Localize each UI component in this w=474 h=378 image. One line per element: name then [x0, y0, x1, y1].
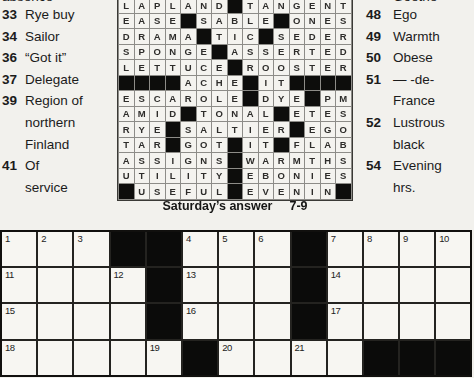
clue-text: Obese: [393, 47, 474, 69]
cell-clue-number: 13: [186, 269, 196, 280]
answer-letter-cell: E: [197, 45, 212, 60]
puzzle-black-square: [111, 232, 145, 266]
clue-item: 36“Got it”: [2, 47, 116, 69]
answer-letter-cell: C: [197, 60, 212, 75]
answer-letter-cell: R: [274, 153, 289, 168]
answer-letter-cell: M: [135, 107, 150, 122]
answer-letter-cell: E: [212, 60, 227, 75]
answer-black-square: [259, 29, 274, 44]
puzzle-cell[interactable]: 21: [292, 341, 326, 375]
puzzle-cell[interactable]: 14: [328, 268, 362, 302]
puzzle-cell[interactable]: [38, 341, 72, 375]
cell-clue-number: 7: [331, 233, 336, 244]
cell-clue-number: 8: [367, 233, 372, 244]
clue-number: 37: [2, 69, 22, 91]
answer-letter-cell: R: [135, 29, 150, 44]
cell-clue-number: 21: [295, 342, 305, 353]
answer-letter-cell: N: [305, 14, 320, 29]
answer-letter-cell: I: [181, 169, 196, 184]
answer-letter-cell: E: [243, 184, 258, 199]
puzzle-cell[interactable]: 15: [2, 304, 36, 338]
clue-number: 50: [366, 47, 390, 69]
answer-letter-cell: S: [150, 14, 165, 29]
answer-letter-cell: E: [290, 107, 305, 122]
puzzle-cell[interactable]: [74, 268, 108, 302]
answer-letter-cell: H: [321, 153, 336, 168]
answer-letter-cell: E: [321, 107, 336, 122]
clue-item: 49Warmth: [366, 26, 474, 48]
answer-letter-cell: A: [135, 138, 150, 153]
answer-letter-cell: T: [336, 0, 351, 13]
answer-caption: Saturday’s answer 7-9: [117, 199, 353, 213]
answer-letter-cell: E: [321, 45, 336, 60]
puzzle-cell[interactable]: 1: [2, 232, 36, 266]
answer-letter-cell: E: [305, 122, 320, 137]
answer-letter-cell: S: [119, 45, 134, 60]
answer-letter-cell: O: [197, 138, 212, 153]
clue-item: 34Sailor: [2, 26, 116, 48]
answer-black-square: [212, 45, 227, 60]
puzzle-cell[interactable]: 8: [364, 232, 398, 266]
puzzle-black-square: [147, 232, 181, 266]
answer-letter-cell: S: [274, 29, 289, 44]
answer-letter-cell: T: [305, 45, 320, 60]
puzzle-cell[interactable]: [38, 304, 72, 338]
answer-letter-cell: L: [166, 169, 181, 184]
saturdays-answer-grid: PASTELSREGATTAAMOEBAEELUSIVELAPLANDTANGE…: [117, 0, 353, 201]
answer-letter-cell: S: [212, 153, 227, 168]
answer-letter-cell: S: [135, 91, 150, 106]
answer-letter-cell: I: [243, 138, 258, 153]
puzzle-cell[interactable]: [328, 341, 362, 375]
answer-letter-cell: L: [166, 0, 181, 13]
clue-item: 37Delegate: [2, 69, 116, 91]
answer-black-square: [119, 184, 134, 199]
puzzle-cell[interactable]: 10: [436, 232, 470, 266]
puzzle-cell[interactable]: [74, 341, 108, 375]
answer-letter-cell: S: [336, 14, 351, 29]
answer-letter-cell: E: [259, 122, 274, 137]
puzzle-cell[interactable]: [111, 304, 145, 338]
answer-letter-cell: S: [243, 45, 258, 60]
answer-letter-cell: T: [166, 60, 181, 75]
answer-letter-cell: E: [321, 29, 336, 44]
cell-clue-number: 12: [114, 269, 124, 280]
puzzle-cell[interactable]: [436, 304, 470, 338]
answer-letter-cell: G: [181, 138, 196, 153]
clue-number: 36: [2, 47, 22, 69]
answer-letter-cell: S: [290, 60, 305, 75]
answer-black-square: [181, 107, 196, 122]
puzzle-cell[interactable]: 13: [183, 268, 217, 302]
clue-text: Of service: [25, 155, 116, 198]
puzzle-cell[interactable]: [111, 341, 145, 375]
cell-clue-number: 18: [5, 342, 15, 353]
answer-letter-cell: F: [290, 138, 305, 153]
answer-black-square: [228, 169, 243, 184]
clue-item: 50Obese: [366, 47, 474, 69]
answer-letter-cell: A: [135, 14, 150, 29]
answer-letter-cell: E: [274, 45, 289, 60]
answer-letter-cell: D: [336, 45, 351, 60]
answer-black-square: [336, 184, 351, 199]
answer-letter-cell: E: [290, 29, 305, 44]
answer-letter-cell: Y: [274, 91, 289, 106]
cell-clue-number: 2: [41, 233, 46, 244]
answer-letter-cell: A: [119, 153, 134, 168]
answer-letter-cell: D: [166, 107, 181, 122]
answer-letter-cell: R: [290, 45, 305, 60]
answer-letter-cell: R: [119, 122, 134, 137]
cell-clue-number: 3: [77, 233, 82, 244]
puzzle-black-square: [292, 304, 326, 338]
answer-black-square: [274, 107, 289, 122]
clue-number: 34: [2, 26, 22, 48]
answer-black-square: [321, 76, 336, 91]
cell-clue-number: 15: [5, 305, 15, 316]
answer-letter-cell: A: [212, 14, 227, 29]
clue-number: 39: [2, 90, 22, 112]
clue-text: Lustrous black: [393, 112, 474, 155]
puzzle-black-square: [400, 341, 434, 375]
cell-clue-number: 1: [5, 233, 10, 244]
answer-black-square: [150, 76, 165, 91]
answer-letter-cell: T: [119, 138, 134, 153]
puzzle-black-square: [292, 232, 326, 266]
answer-black-square: [197, 29, 212, 44]
puzzle-cell[interactable]: [436, 268, 470, 302]
answer-letter-cell: A: [243, 107, 258, 122]
answer-black-square: [166, 138, 181, 153]
answer-letter-cell: G: [290, 0, 305, 13]
puzzle-cell[interactable]: [364, 268, 398, 302]
answer-black-square: [181, 14, 196, 29]
answer-letter-cell: A: [228, 45, 243, 60]
answer-letter-cell: P: [150, 0, 165, 13]
clue-text: — -de- France: [393, 69, 474, 112]
answer-letter-cell: P: [321, 91, 336, 106]
puzzle-cell[interactable]: [219, 304, 253, 338]
answer-letter-cell: L: [305, 138, 320, 153]
answer-letter-cell: R: [181, 91, 196, 106]
answer-letter-cell: N: [321, 184, 336, 199]
answer-letter-cell: R: [243, 60, 258, 75]
cell-clue-number: 9: [403, 233, 408, 244]
clue-item: 54Evening hrs.: [366, 155, 474, 198]
cell-clue-number: 16: [186, 305, 196, 316]
answer-letter-cell: E: [119, 14, 134, 29]
answer-letter-cell: M: [166, 29, 181, 44]
answer-black-square: [243, 76, 258, 91]
answer-letter-cell: L: [212, 122, 227, 137]
clue-column-left: absence 33Rye buy34Sailor36“Got it”37Del…: [2, 0, 116, 198]
clue-number: 49: [366, 26, 390, 48]
answer-letter-cell: E: [228, 76, 243, 91]
answer-letter-cell: C: [197, 76, 212, 91]
answer-letter-cell: E: [150, 122, 165, 137]
answer-letter-cell: T: [259, 138, 274, 153]
answer-letter-cell: I: [228, 29, 243, 44]
answer-letter-cell: T: [305, 153, 320, 168]
puzzle-black-square: [436, 341, 470, 375]
answer-letter-cell: I: [305, 169, 320, 184]
answer-letter-cell: O: [212, 107, 227, 122]
clue-item: 51— -de- France: [366, 69, 474, 112]
answer-caption-date: 7-9: [289, 199, 307, 213]
answer-letter-cell: U: [135, 184, 150, 199]
answer-black-square: [274, 14, 289, 29]
answer-black-square: [135, 76, 150, 91]
answer-letter-cell: L: [259, 107, 274, 122]
answer-letter-cell: I: [305, 184, 320, 199]
answer-letter-cell: S: [336, 169, 351, 184]
answer-letter-cell: E: [290, 91, 305, 106]
answer-letter-cell: E: [259, 14, 274, 29]
answer-black-square: [119, 76, 134, 91]
clue-text: Evening hrs.: [393, 155, 474, 198]
answer-letter-cell: A: [259, 153, 274, 168]
clipped-clue-text-right: Goethe: [393, 0, 437, 8]
answer-letter-cell: A: [119, 107, 134, 122]
answer-letter-cell: A: [135, 0, 150, 13]
clue-text: “Got it”: [25, 47, 116, 69]
answer-letter-cell: A: [197, 122, 212, 137]
cell-clue-number: 11: [5, 269, 14, 280]
clue-list-right: 48Ego49Warmth50Obese51— -de- France52Lus…: [366, 4, 474, 198]
puzzle-cell[interactable]: [400, 268, 434, 302]
answer-letter-cell: S: [336, 107, 351, 122]
answer-letter-cell: O: [274, 60, 289, 75]
answer-letter-cell: A: [181, 0, 196, 13]
answer-black-square: [336, 76, 351, 91]
answer-letter-cell: T: [228, 122, 243, 137]
answer-letter-cell: O: [150, 45, 165, 60]
answer-letter-cell: A: [321, 138, 336, 153]
clue-item: 39Region of northern Finland: [2, 90, 116, 155]
answer-black-square: [305, 76, 320, 91]
answer-letter-cell: O: [290, 14, 305, 29]
puzzle-cell[interactable]: 4: [183, 232, 217, 266]
answer-letter-cell: C: [150, 91, 165, 106]
answer-black-square: [228, 153, 243, 168]
answer-letter-cell: N: [228, 107, 243, 122]
answer-black-square: [166, 122, 181, 137]
puzzle-cell[interactable]: [219, 268, 253, 302]
puzzle-cell[interactable]: 5: [219, 232, 253, 266]
answer-letter-cell: H: [212, 76, 227, 91]
puzzle-cell[interactable]: 3: [74, 232, 108, 266]
answer-letter-cell: T: [212, 29, 227, 44]
answer-letter-cell: G: [321, 122, 336, 137]
answer-letter-cell: E: [321, 60, 336, 75]
answer-letter-cell: S: [197, 14, 212, 29]
puzzle-cell[interactable]: 6: [255, 232, 289, 266]
answer-letter-cell: Y: [135, 122, 150, 137]
answer-letter-cell: I: [150, 107, 165, 122]
answer-letter-cell: F: [181, 184, 196, 199]
answer-letter-cell: U: [181, 60, 196, 75]
cell-clue-number: 14: [331, 269, 341, 280]
cell-clue-number: 4: [186, 233, 191, 244]
answer-letter-cell: S: [150, 184, 165, 199]
answer-letter-cell: S: [135, 153, 150, 168]
answer-letter-cell: M: [336, 91, 351, 106]
answer-letter-cell: R: [274, 122, 289, 137]
answer-letter-cell: R: [336, 60, 351, 75]
answer-letter-cell: U: [119, 169, 134, 184]
answer-letter-cell: P: [135, 45, 150, 60]
puzzle-cell[interactable]: 20: [219, 341, 253, 375]
answer-letter-cell: U: [197, 184, 212, 199]
answer-letter-cell: I: [150, 169, 165, 184]
answer-letter-cell: T: [305, 60, 320, 75]
clue-column-right: Goethe 48Ego49Warmth50Obese51— -de- Fran…: [366, 0, 474, 198]
answer-letter-cell: T: [135, 169, 150, 184]
clue-item: 41Of service: [2, 155, 116, 198]
answer-black-square: [305, 91, 320, 106]
answer-letter-cell: T: [274, 76, 289, 91]
clue-number: 54: [366, 155, 390, 177]
puzzle-cell[interactable]: 16: [183, 304, 217, 338]
answer-letter-cell: D: [212, 0, 227, 13]
answer-letter-cell: N: [290, 184, 305, 199]
cell-clue-number: 19: [150, 342, 160, 353]
clue-text: Warmth: [393, 26, 474, 48]
answer-black-square: [243, 91, 258, 106]
cell-clue-number: 10: [439, 233, 449, 244]
answer-letter-cell: E: [135, 60, 150, 75]
answer-letter-cell: T: [305, 107, 320, 122]
answer-letter-cell: B: [228, 14, 243, 29]
puzzle-cell[interactable]: [255, 268, 289, 302]
answer-letter-cell: W: [243, 153, 258, 168]
clue-text: Sailor: [25, 26, 116, 48]
answer-letter-cell: O: [197, 91, 212, 106]
answer-letter-cell: E: [119, 91, 134, 106]
answer-letter-cell: Y: [212, 169, 227, 184]
puzzle-cell[interactable]: [255, 341, 289, 375]
answer-letter-cell: R: [336, 29, 351, 44]
answer-letter-cell: E: [166, 14, 181, 29]
cell-clue-number: 5: [222, 233, 227, 244]
answer-letter-cell: N: [166, 45, 181, 60]
answer-letter-cell: N: [290, 169, 305, 184]
answer-letter-cell: T: [243, 0, 258, 13]
cell-clue-number: 6: [258, 233, 263, 244]
answer-letter-cell: T: [150, 60, 165, 75]
answer-letter-cell: S: [181, 122, 196, 137]
answer-letter-cell: O: [336, 122, 351, 137]
answer-letter-cell: D: [259, 91, 274, 106]
puzzle-cell[interactable]: 2: [38, 232, 72, 266]
answer-letter-cell: O: [259, 60, 274, 75]
answer-letter-cell: L: [212, 184, 227, 199]
cell-clue-number: 17: [331, 305, 341, 316]
answer-letter-cell: V: [259, 184, 274, 199]
puzzle-black-square: [183, 341, 217, 375]
puzzle-cell[interactable]: [38, 268, 72, 302]
answer-letter-cell: I: [166, 153, 181, 168]
answer-letter-cell: D: [119, 29, 134, 44]
clipped-clue-text-left: absence: [2, 0, 53, 8]
clue-number: 52: [366, 112, 390, 134]
answer-letter-cell: E: [166, 184, 181, 199]
answer-letter-cell: E: [305, 0, 320, 13]
answer-letter-cell: L: [212, 91, 227, 106]
answer-letter-cell: B: [259, 169, 274, 184]
clue-text: Delegate: [25, 69, 116, 91]
clue-text: Region of northern Finland: [25, 90, 116, 155]
answer-letter-cell: N: [321, 0, 336, 13]
answer-letter-cell: I: [259, 76, 274, 91]
clue-item: 52Lustrous black: [366, 112, 474, 155]
puzzle-cell[interactable]: [74, 304, 108, 338]
puzzle-cell[interactable]: 19: [147, 341, 181, 375]
answer-black-square: [228, 184, 243, 199]
cell-clue-number: 20: [222, 342, 232, 353]
answer-letter-cell: G: [181, 153, 196, 168]
puzzle-black-square: [364, 341, 398, 375]
answer-letter-cell: T: [197, 107, 212, 122]
puzzle-cell[interactable]: 17: [328, 304, 362, 338]
answer-letter-cell: N: [197, 153, 212, 168]
answer-black-square: [166, 76, 181, 91]
answer-black-square: [228, 138, 243, 153]
answer-letter-cell: E: [321, 169, 336, 184]
answer-letter-cell: S: [336, 153, 351, 168]
puzzle-cell[interactable]: 7: [328, 232, 362, 266]
answer-letter-cell: B: [336, 138, 351, 153]
answer-letter-cell: A: [150, 29, 165, 44]
clue-number: 51: [366, 69, 390, 91]
answer-black-square: [290, 76, 305, 91]
answer-letter-cell: G: [181, 45, 196, 60]
answer-letter-cell: R: [150, 138, 165, 153]
answer-black-square: [290, 122, 305, 137]
puzzle-black-square: [147, 304, 181, 338]
puzzle-cell[interactable]: 12: [111, 268, 145, 302]
puzzle-cell[interactable]: 9: [400, 232, 434, 266]
answer-letter-cell: T: [197, 169, 212, 184]
answer-letter-cell: A: [259, 0, 274, 13]
puzzle-cell[interactable]: 18: [2, 341, 36, 375]
answer-caption-label: Saturday’s answer: [162, 199, 272, 213]
clue-number: 41: [2, 155, 22, 177]
answer-letter-cell: C: [243, 29, 258, 44]
todays-puzzle-grid: 123456789101112131415161718192021: [0, 230, 472, 377]
clue-list-left: 33Rye buy34Sailor36“Got it”37Delegate39R…: [2, 4, 116, 198]
answer-letter-cell: D: [305, 29, 320, 44]
answer-letter-cell: L: [243, 14, 258, 29]
puzzle-cell[interactable]: [364, 304, 398, 338]
answer-letter-cell: N: [274, 0, 289, 13]
puzzle-cell[interactable]: 11: [2, 268, 36, 302]
answer-letter-cell: E: [321, 14, 336, 29]
puzzle-black-square: [292, 268, 326, 302]
answer-letter-cell: S: [259, 45, 274, 60]
answer-letter-cell: A: [181, 76, 196, 91]
answer-letter-cell: S: [150, 153, 165, 168]
puzzle-cell[interactable]: [400, 304, 434, 338]
answer-letter-cell: E: [228, 91, 243, 106]
answer-letter-cell: A: [181, 29, 196, 44]
answer-letter-cell: M: [290, 153, 305, 168]
answer-letter-cell: L: [119, 60, 134, 75]
answer-letter-cell: I: [243, 122, 258, 137]
puzzle-black-square: [147, 268, 181, 302]
answer-letter-cell: E: [274, 184, 289, 199]
puzzle-cell[interactable]: [255, 304, 289, 338]
